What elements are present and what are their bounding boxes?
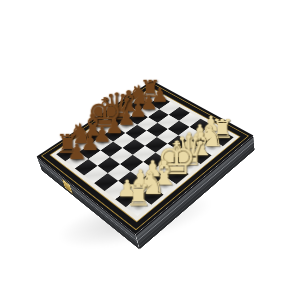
chess-board: ♜♟♟♜♞♟♟♞♝♟♟♝♛♟♟♛♚♟♟♚♝♟♟♝♞♟♟♞♜♟♟♜ <box>37 81 254 235</box>
scene-rotation: ♜♟♟♜♞♟♟♞♝♟♟♝♛♟♟♛♚♟♟♚♝♟♟♝♞♟♟♞♜♟♟♜ <box>0 0 290 290</box>
piece-white-rook: ♜ <box>125 181 151 210</box>
product-photo-stage: ♜♟♟♜♞♟♟♞♝♟♟♝♛♟♟♛♚♟♟♚♝♟♟♝♞♟♟♞♜♟♟♜ <box>0 0 290 290</box>
chess-case: ♜♟♟♜♞♟♟♞♝♟♟♝♛♟♟♛♚♟♟♚♝♟♟♝♞♟♟♞♜♟♟♜ <box>37 81 254 235</box>
perspective-camera: ♜♟♟♜♞♟♟♞♝♟♟♝♛♟♟♛♚♟♟♚♝♟♟♝♞♟♟♞♜♟♟♜ <box>0 0 290 290</box>
